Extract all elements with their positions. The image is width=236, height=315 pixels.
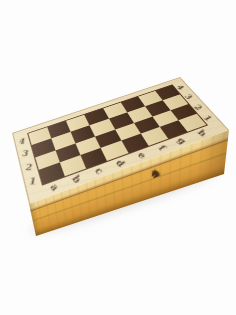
knight-logo-icon: ♞ <box>146 163 165 183</box>
product-photo-chess-box: 4321 4321 abcdefgh ♞ <box>0 0 236 315</box>
rank-label-left-1: 1 <box>24 173 42 189</box>
rank-label-left-2: 2 <box>20 159 38 174</box>
rank-label-left-3: 3 <box>17 146 34 160</box>
